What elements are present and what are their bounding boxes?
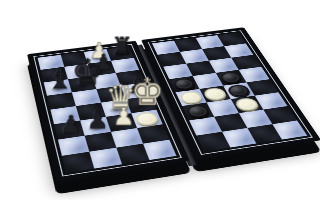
cream-checker-disc-icon [134,111,160,126]
product-photo-scene: ♟♜♟♝♚♟♛♚♟♟♟ [0,0,320,200]
piece-black-pawn-a3[interactable]: ♟ [54,121,85,140]
white-pawn-icon: ♟ [111,105,138,129]
black-king-icon: ♚ [72,54,97,90]
black-pawn-icon: ♟ [58,112,85,137]
piece-black-bishop-a6[interactable]: ♝ [44,79,72,95]
black-pawn-icon: ♟ [84,109,111,134]
black-checker-disc-icon [185,104,212,119]
checker-cream-g3[interactable] [231,96,264,113]
game-board: ♟♜♟♝♚♟♛♚♟♟♟ [27,27,320,182]
piece-black-pawn-b3[interactable]: ♟ [80,117,111,136]
black-bishop-icon: ♝ [47,65,72,94]
black-checker-disc-icon [172,77,197,91]
cream-checker-disc-icon [233,97,260,112]
